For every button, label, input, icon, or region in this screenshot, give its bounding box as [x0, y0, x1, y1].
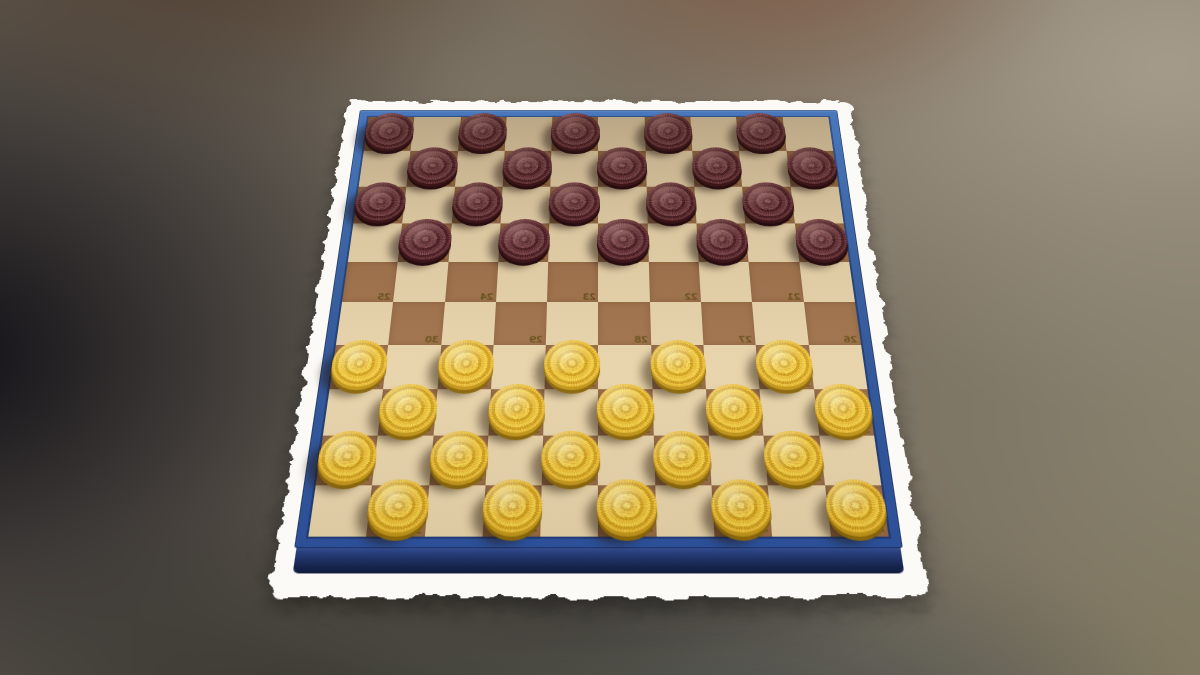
light-square [598, 262, 649, 302]
light-square [548, 223, 598, 262]
square-number: 28 [635, 335, 648, 345]
dark-square[interactable]: 44 [429, 436, 488, 485]
dark-square[interactable]: 35 [330, 345, 389, 389]
dark-square[interactable]: 16 [795, 223, 850, 262]
yellow-man-piece[interactable] [597, 384, 654, 432]
square-number: 23 [583, 293, 596, 303]
dark-man-piece[interactable] [643, 113, 693, 148]
dark-square[interactable]: 17 [697, 223, 749, 262]
light-square [655, 485, 715, 537]
square-number: 29 [530, 335, 544, 345]
dark-square[interactable]: 22 [649, 262, 701, 302]
dark-square[interactable]: 40 [378, 389, 437, 436]
screenshot-root: 5432110987615141312112019181716252423222… [0, 0, 1200, 675]
dark-square[interactable]: 7 [692, 151, 742, 186]
light-square [699, 262, 753, 302]
dark-square[interactable]: 37 [706, 389, 764, 436]
dark-square[interactable]: 18 [598, 223, 648, 262]
dark-square[interactable]: 19 [498, 223, 549, 262]
dark-square[interactable]: 23 [547, 262, 598, 302]
yellow-man-piece[interactable] [755, 340, 815, 386]
dark-square[interactable]: 13 [549, 186, 598, 223]
yellow-man-piece[interactable] [544, 340, 600, 386]
dark-square[interactable]: 49 [482, 485, 542, 537]
dark-square[interactable]: 12 [646, 186, 696, 223]
light-square [782, 117, 833, 151]
dark-square[interactable]: 29 [493, 302, 547, 344]
light-square [598, 436, 655, 485]
board-perspective-wrap: 5432110987615141312112019181716252423222… [331, 35, 866, 570]
square-number: 24 [480, 293, 493, 303]
light-square [308, 485, 372, 537]
square-number: 22 [685, 293, 698, 303]
yellow-man-piece[interactable] [315, 431, 380, 482]
dark-square[interactable]: 30 [388, 302, 444, 344]
dark-square[interactable]: 32 [651, 345, 706, 389]
dark-man-piece[interactable] [549, 182, 600, 220]
yellow-man-piece[interactable] [541, 431, 600, 482]
dark-square[interactable]: 5 [364, 117, 415, 151]
light-square [598, 345, 652, 389]
light-square [491, 345, 546, 389]
light-square [433, 389, 491, 436]
light-square [746, 223, 799, 262]
dark-square[interactable]: 3 [552, 117, 599, 151]
dark-square[interactable]: 2 [644, 117, 692, 151]
board-frame: 5432110987615141312112019181716252423222… [294, 110, 903, 548]
dark-square[interactable]: 31 [756, 345, 814, 389]
light-square [500, 186, 550, 223]
dark-square[interactable]: 47 [712, 485, 773, 537]
light-square [598, 117, 645, 151]
dark-square[interactable]: 24 [445, 262, 499, 302]
light-square [540, 485, 598, 537]
dark-square[interactable]: 36 [814, 389, 874, 436]
light-square [448, 223, 500, 262]
light-square [505, 117, 553, 151]
light-square [809, 345, 868, 389]
dark-man-piece[interactable] [597, 219, 649, 259]
dark-square[interactable]: 48 [598, 485, 656, 537]
light-square [551, 151, 599, 186]
square-number: 21 [787, 293, 801, 303]
dark-square[interactable]: 4 [458, 117, 507, 151]
dark-square[interactable]: 33 [545, 345, 599, 389]
dark-square[interactable]: 46 [825, 485, 889, 537]
dark-square[interactable]: 20 [398, 223, 451, 262]
dark-square[interactable]: 6 [786, 151, 838, 186]
light-square [709, 436, 768, 485]
light-square [645, 151, 694, 186]
dark-man-piece[interactable] [741, 182, 795, 220]
dark-square[interactable]: 41 [764, 436, 825, 485]
board-side-edge [293, 546, 905, 573]
dark-man-piece[interactable] [785, 147, 839, 184]
light-square [598, 186, 647, 223]
light-square [739, 151, 790, 186]
yellow-man-piece[interactable] [705, 384, 765, 432]
light-square [760, 389, 819, 436]
square-number: 25 [377, 293, 391, 303]
light-square [372, 436, 433, 485]
light-square [819, 436, 881, 485]
light-square [485, 436, 543, 485]
light-square [359, 151, 411, 186]
dark-square[interactable]: 14 [451, 186, 502, 223]
square-number: 27 [739, 335, 753, 345]
draughts-board: 5432110987615141312112019181716252423222… [294, 110, 903, 548]
dark-square[interactable]: 38 [598, 389, 653, 436]
light-square [323, 389, 383, 436]
dark-square[interactable]: 26 [804, 302, 861, 344]
dark-square[interactable]: 42 [654, 436, 712, 485]
dark-man-piece[interactable] [735, 113, 787, 148]
dark-square[interactable]: 25 [342, 262, 398, 302]
light-square [411, 117, 461, 151]
light-square [402, 186, 454, 223]
light-square [752, 302, 808, 344]
dark-square[interactable]: 27 [701, 302, 756, 344]
yellow-man-piece[interactable] [812, 384, 875, 432]
dark-square[interactable]: 45 [316, 436, 378, 485]
light-square [694, 186, 745, 223]
dark-man-piece[interactable] [793, 219, 850, 259]
light-square [455, 151, 505, 186]
yellow-man-piece[interactable] [650, 340, 707, 386]
board-grid: 5432110987615141312112019181716252423222… [308, 117, 888, 537]
light-square [336, 302, 393, 344]
light-square [393, 262, 448, 302]
square-number: 30 [425, 335, 439, 345]
dark-man-piece[interactable] [598, 147, 648, 184]
light-square [496, 262, 548, 302]
light-square [768, 485, 830, 537]
light-square [648, 223, 699, 262]
dark-square[interactable]: 39 [488, 389, 544, 436]
light-square [790, 186, 843, 223]
dark-square[interactable]: 34 [437, 345, 493, 389]
light-square [690, 117, 739, 151]
dark-square[interactable]: 43 [542, 436, 599, 485]
light-square [348, 223, 403, 262]
light-square [650, 302, 704, 344]
dark-square[interactable]: 9 [503, 151, 552, 186]
dark-square[interactable]: 15 [353, 186, 406, 223]
square-number: 26 [843, 335, 858, 345]
light-square [424, 485, 485, 537]
light-square [546, 302, 599, 344]
dark-square[interactable]: 1 [736, 117, 786, 151]
light-square [652, 389, 708, 436]
dark-square[interactable]: 10 [407, 151, 458, 186]
light-square [799, 262, 855, 302]
dark-man-piece[interactable] [551, 113, 600, 148]
dark-square[interactable]: 50 [366, 485, 428, 537]
light-square [441, 302, 496, 344]
yellow-man-piece[interactable] [762, 431, 825, 482]
dark-square[interactable]: 8 [598, 151, 646, 186]
light-square [383, 345, 441, 389]
light-square [543, 389, 598, 436]
dark-square[interactable]: 21 [749, 262, 804, 302]
dark-square[interactable]: 28 [598, 302, 651, 344]
dark-square[interactable]: 11 [742, 186, 794, 223]
dark-man-piece[interactable] [695, 219, 749, 259]
light-square [704, 345, 760, 389]
